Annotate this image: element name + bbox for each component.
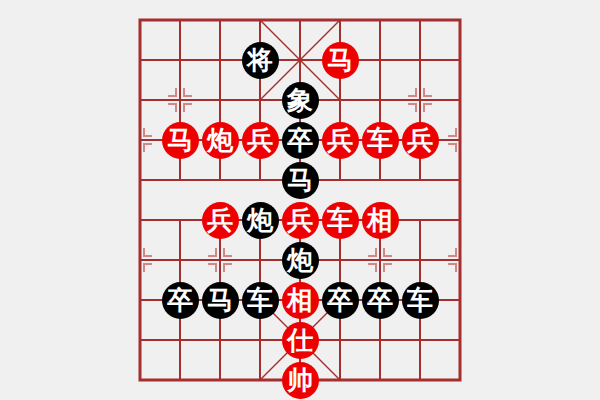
black-chariot[interactable]: 车 [402,282,439,319]
xiangqi-board[interactable]: 将马象马炮兵卒兵车兵马兵炮兵车相炮卒马车相卒卒车仕帅 [0,0,600,400]
black-pawn[interactable]: 卒 [162,282,199,319]
red-pawn[interactable]: 兵 [402,122,439,159]
black-pawn[interactable]: 卒 [282,122,319,159]
black-horse[interactable]: 马 [282,162,319,199]
red-cannon[interactable]: 炮 [202,122,239,159]
black-cannon[interactable]: 炮 [242,202,279,239]
black-cannon[interactable]: 炮 [282,242,319,279]
red-elephant[interactable]: 相 [282,282,319,319]
black-general[interactable]: 将 [242,42,279,79]
red-horse[interactable]: 马 [162,122,199,159]
red-pawn[interactable]: 兵 [202,202,239,239]
red-horse[interactable]: 马 [322,42,359,79]
red-elephant[interactable]: 相 [362,202,399,239]
red-advisor[interactable]: 仕 [282,322,319,359]
black-horse[interactable]: 马 [202,282,239,319]
black-elephant[interactable]: 象 [282,82,319,119]
black-pawn[interactable]: 卒 [322,282,359,319]
red-pawn[interactable]: 兵 [242,122,279,159]
black-pawn[interactable]: 卒 [362,282,399,319]
red-chariot[interactable]: 车 [362,122,399,159]
red-general[interactable]: 帅 [282,362,319,399]
black-chariot[interactable]: 车 [242,282,279,319]
red-pawn[interactable]: 兵 [282,202,319,239]
red-pawn[interactable]: 兵 [322,122,359,159]
red-chariot[interactable]: 车 [322,202,359,239]
